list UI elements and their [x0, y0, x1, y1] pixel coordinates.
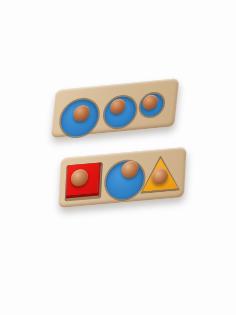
- geometric-shapes-board: [58, 147, 186, 208]
- wooden-knob-icon[interactable]: [121, 160, 139, 178]
- puzzle-photo-scene: [0, 0, 236, 315]
- blue-circle-piece-large[interactable]: [59, 98, 100, 139]
- blue-circle-piece[interactable]: [105, 160, 145, 201]
- wooden-knob-icon[interactable]: [73, 105, 91, 123]
- wooden-knob-icon[interactable]: [109, 98, 126, 114]
- red-square-piece[interactable]: [65, 162, 103, 201]
- size-circles-board: [51, 78, 179, 138]
- blue-circle-piece-medium[interactable]: [103, 95, 138, 129]
- wooden-knob-icon[interactable]: [142, 94, 159, 110]
- yellow-triangle-piece[interactable]: [140, 153, 182, 193]
- blue-circle-piece-small[interactable]: [139, 93, 165, 118]
